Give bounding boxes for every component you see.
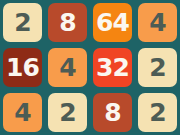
tile-16: 16 [3, 48, 42, 87]
tile-8: 8 [93, 93, 132, 132]
tile-64: 64 [93, 3, 132, 42]
tile-2: 2 [138, 93, 177, 132]
tile-4: 4 [48, 48, 87, 87]
tile-4: 4 [138, 3, 177, 42]
tile-32: 32 [93, 48, 132, 87]
tile-4: 4 [3, 93, 42, 132]
tile-2: 2 [138, 48, 177, 87]
tile-2: 2 [48, 93, 87, 132]
game-board-2048[interactable]: 286441643224282 [0, 0, 180, 135]
tile-2: 2 [3, 3, 42, 42]
tile-8: 8 [48, 3, 87, 42]
